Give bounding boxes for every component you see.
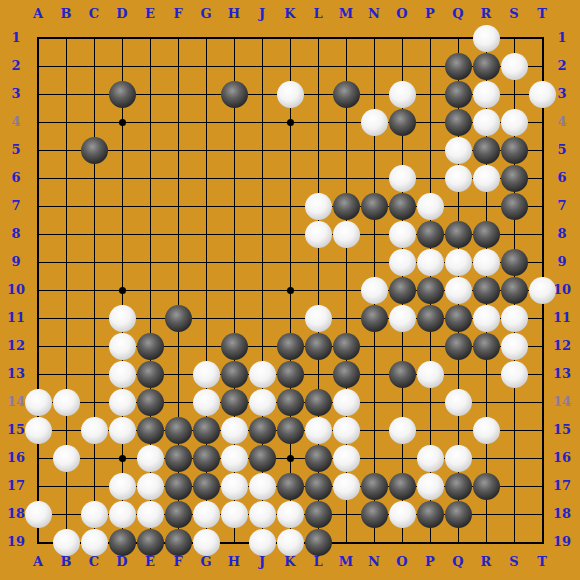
white-stone-m14[interactable] bbox=[333, 389, 360, 416]
black-stone-f17[interactable] bbox=[165, 473, 192, 500]
black-stone-o7[interactable] bbox=[389, 193, 416, 220]
white-stone-o3[interactable] bbox=[389, 81, 416, 108]
black-stone-s5[interactable] bbox=[501, 137, 528, 164]
black-stone-n11[interactable] bbox=[361, 305, 388, 332]
black-stone-p11[interactable] bbox=[417, 305, 444, 332]
white-stone-p9[interactable] bbox=[417, 249, 444, 276]
row-label-right-14: 14 bbox=[547, 394, 577, 410]
column-label-bottom-C: C bbox=[79, 554, 109, 570]
row-label-right-5: 5 bbox=[547, 142, 577, 158]
black-stone-p8[interactable] bbox=[417, 221, 444, 248]
white-stone-n4[interactable] bbox=[361, 109, 388, 136]
row-label-right-1: 1 bbox=[547, 30, 577, 46]
black-stone-g15[interactable] bbox=[193, 417, 220, 444]
white-stone-o8[interactable] bbox=[389, 221, 416, 248]
black-stone-r17[interactable] bbox=[473, 473, 500, 500]
black-stone-f11[interactable] bbox=[165, 305, 192, 332]
row-label-left-2: 2 bbox=[1, 58, 31, 74]
white-stone-o6[interactable] bbox=[389, 165, 416, 192]
white-stone-a15[interactable] bbox=[25, 417, 52, 444]
black-stone-l17[interactable] bbox=[305, 473, 332, 500]
black-stone-m3[interactable] bbox=[333, 81, 360, 108]
column-label-bottom-O: O bbox=[387, 554, 417, 570]
black-stone-l14[interactable] bbox=[305, 389, 332, 416]
white-stone-l11[interactable] bbox=[305, 305, 332, 332]
white-stone-k18[interactable] bbox=[277, 501, 304, 528]
white-stone-q14[interactable] bbox=[445, 389, 472, 416]
white-stone-e18[interactable] bbox=[137, 501, 164, 528]
white-stone-l15[interactable] bbox=[305, 417, 332, 444]
column-label-bottom-P: P bbox=[415, 554, 445, 570]
black-stone-g16[interactable] bbox=[193, 445, 220, 472]
white-stone-r4[interactable] bbox=[473, 109, 500, 136]
white-stone-p16[interactable] bbox=[417, 445, 444, 472]
white-stone-m15[interactable] bbox=[333, 417, 360, 444]
white-stone-k3[interactable] bbox=[277, 81, 304, 108]
white-stone-c19[interactable] bbox=[81, 529, 108, 556]
row-label-left-13: 13 bbox=[1, 366, 31, 382]
white-stone-e17[interactable] bbox=[137, 473, 164, 500]
black-stone-o13[interactable] bbox=[389, 361, 416, 388]
black-stone-q12[interactable] bbox=[445, 333, 472, 360]
black-stone-j16[interactable] bbox=[249, 445, 276, 472]
row-label-right-9: 9 bbox=[547, 254, 577, 270]
white-stone-p7[interactable] bbox=[417, 193, 444, 220]
black-stone-h12[interactable] bbox=[221, 333, 248, 360]
row-label-left-10: 10 bbox=[1, 282, 31, 298]
black-stone-h13[interactable] bbox=[221, 361, 248, 388]
white-stone-s13[interactable] bbox=[501, 361, 528, 388]
row-label-right-4: 4 bbox=[547, 114, 577, 130]
black-stone-e19[interactable] bbox=[137, 529, 164, 556]
black-stone-f15[interactable] bbox=[165, 417, 192, 444]
row-label-right-13: 13 bbox=[547, 366, 577, 382]
column-label-bottom-F: F bbox=[163, 554, 193, 570]
black-stone-q3[interactable] bbox=[445, 81, 472, 108]
column-label-top-H: H bbox=[219, 6, 249, 22]
row-label-right-18: 18 bbox=[547, 506, 577, 522]
row-label-left-9: 9 bbox=[1, 254, 31, 270]
black-stone-f19[interactable] bbox=[165, 529, 192, 556]
black-stone-k14[interactable] bbox=[277, 389, 304, 416]
column-label-bottom-E: E bbox=[135, 554, 165, 570]
black-stone-l16[interactable] bbox=[305, 445, 332, 472]
black-stone-o17[interactable] bbox=[389, 473, 416, 500]
black-stone-s10[interactable] bbox=[501, 277, 528, 304]
white-stone-c15[interactable] bbox=[81, 417, 108, 444]
white-stone-n10[interactable] bbox=[361, 277, 388, 304]
white-stone-h16[interactable] bbox=[221, 445, 248, 472]
white-stone-e16[interactable] bbox=[137, 445, 164, 472]
black-stone-s7[interactable] bbox=[501, 193, 528, 220]
black-stone-m12[interactable] bbox=[333, 333, 360, 360]
white-stone-j14[interactable] bbox=[249, 389, 276, 416]
row-label-right-6: 6 bbox=[547, 170, 577, 186]
column-label-bottom-J: J bbox=[247, 554, 277, 570]
column-label-top-C: C bbox=[79, 6, 109, 22]
column-label-top-F: F bbox=[163, 6, 193, 22]
column-label-top-Q: Q bbox=[443, 6, 473, 22]
white-stone-h15[interactable] bbox=[221, 417, 248, 444]
white-stone-a14[interactable] bbox=[25, 389, 52, 416]
column-label-bottom-H: H bbox=[219, 554, 249, 570]
row-label-left-6: 6 bbox=[1, 170, 31, 186]
white-stone-s2[interactable] bbox=[501, 53, 528, 80]
black-stone-n17[interactable] bbox=[361, 473, 388, 500]
black-stone-o4[interactable] bbox=[389, 109, 416, 136]
white-stone-r15[interactable] bbox=[473, 417, 500, 444]
black-stone-q18[interactable] bbox=[445, 501, 472, 528]
column-label-top-E: E bbox=[135, 6, 165, 22]
row-label-right-15: 15 bbox=[547, 422, 577, 438]
white-stone-g13[interactable] bbox=[193, 361, 220, 388]
black-stone-p18[interactable] bbox=[417, 501, 444, 528]
black-stone-f18[interactable] bbox=[165, 501, 192, 528]
white-stone-d15[interactable] bbox=[109, 417, 136, 444]
black-stone-j15[interactable] bbox=[249, 417, 276, 444]
black-stone-l19[interactable] bbox=[305, 529, 332, 556]
black-stone-r2[interactable] bbox=[473, 53, 500, 80]
row-label-left-5: 5 bbox=[1, 142, 31, 158]
black-stone-k17[interactable] bbox=[277, 473, 304, 500]
black-stone-r5[interactable] bbox=[473, 137, 500, 164]
black-stone-g17[interactable] bbox=[193, 473, 220, 500]
white-stone-j13[interactable] bbox=[249, 361, 276, 388]
column-label-top-D: D bbox=[107, 6, 137, 22]
white-stone-h18[interactable] bbox=[221, 501, 248, 528]
black-stone-r8[interactable] bbox=[473, 221, 500, 248]
row-label-left-16: 16 bbox=[1, 450, 31, 466]
white-stone-d11[interactable] bbox=[109, 305, 136, 332]
white-stone-m8[interactable] bbox=[333, 221, 360, 248]
black-stone-d3[interactable] bbox=[109, 81, 136, 108]
white-stone-r1[interactable] bbox=[473, 25, 500, 52]
white-stone-r11[interactable] bbox=[473, 305, 500, 332]
row-label-right-19: 19 bbox=[547, 534, 577, 550]
black-stone-d19[interactable] bbox=[109, 529, 136, 556]
hoshi-point-k4 bbox=[287, 119, 294, 126]
black-stone-e15[interactable] bbox=[137, 417, 164, 444]
black-stone-n7[interactable] bbox=[361, 193, 388, 220]
column-label-top-M: M bbox=[331, 6, 361, 22]
column-label-bottom-A: A bbox=[23, 554, 53, 570]
white-stone-q16[interactable] bbox=[445, 445, 472, 472]
black-stone-e13[interactable] bbox=[137, 361, 164, 388]
black-stone-q2[interactable] bbox=[445, 53, 472, 80]
white-stone-s11[interactable] bbox=[501, 305, 528, 332]
row-label-left-3: 3 bbox=[1, 86, 31, 102]
black-stone-k15[interactable] bbox=[277, 417, 304, 444]
row-label-right-8: 8 bbox=[547, 226, 577, 242]
row-label-right-17: 17 bbox=[547, 478, 577, 494]
white-stone-r9[interactable] bbox=[473, 249, 500, 276]
black-stone-p10[interactable] bbox=[417, 277, 444, 304]
white-stone-d13[interactable] bbox=[109, 361, 136, 388]
column-label-top-B: B bbox=[51, 6, 81, 22]
black-stone-r10[interactable] bbox=[473, 277, 500, 304]
row-label-right-11: 11 bbox=[547, 310, 577, 326]
white-stone-j17[interactable] bbox=[249, 473, 276, 500]
column-label-bottom-B: B bbox=[51, 554, 81, 570]
white-stone-q5[interactable] bbox=[445, 137, 472, 164]
column-label-bottom-N: N bbox=[359, 554, 389, 570]
white-stone-r3[interactable] bbox=[473, 81, 500, 108]
row-label-left-17: 17 bbox=[1, 478, 31, 494]
black-stone-n18[interactable] bbox=[361, 501, 388, 528]
hoshi-point-d4 bbox=[119, 119, 126, 126]
white-stone-m16[interactable] bbox=[333, 445, 360, 472]
white-stone-s12[interactable] bbox=[501, 333, 528, 360]
column-label-bottom-S: S bbox=[499, 554, 529, 570]
white-stone-g19[interactable] bbox=[193, 529, 220, 556]
black-stone-r12[interactable] bbox=[473, 333, 500, 360]
black-stone-h14[interactable] bbox=[221, 389, 248, 416]
white-stone-o11[interactable] bbox=[389, 305, 416, 332]
row-label-right-12: 12 bbox=[547, 338, 577, 354]
white-stone-g14[interactable] bbox=[193, 389, 220, 416]
row-label-left-19: 19 bbox=[1, 534, 31, 550]
column-label-top-K: K bbox=[275, 6, 305, 22]
white-stone-s4[interactable] bbox=[501, 109, 528, 136]
white-stone-t10[interactable] bbox=[529, 277, 556, 304]
white-stone-l7[interactable] bbox=[305, 193, 332, 220]
white-stone-j18[interactable] bbox=[249, 501, 276, 528]
column-label-top-O: O bbox=[387, 6, 417, 22]
white-stone-l8[interactable] bbox=[305, 221, 332, 248]
column-label-bottom-R: R bbox=[471, 554, 501, 570]
black-stone-f16[interactable] bbox=[165, 445, 192, 472]
white-stone-j19[interactable] bbox=[249, 529, 276, 556]
column-label-bottom-M: M bbox=[331, 554, 361, 570]
column-label-top-S: S bbox=[499, 6, 529, 22]
white-stone-p13[interactable] bbox=[417, 361, 444, 388]
black-stone-k13[interactable] bbox=[277, 361, 304, 388]
black-stone-h3[interactable] bbox=[221, 81, 248, 108]
black-stone-q17[interactable] bbox=[445, 473, 472, 500]
column-label-top-T: T bbox=[527, 6, 557, 22]
white-stone-d14[interactable] bbox=[109, 389, 136, 416]
white-stone-d17[interactable] bbox=[109, 473, 136, 500]
row-label-left-11: 11 bbox=[1, 310, 31, 326]
row-label-left-8: 8 bbox=[1, 226, 31, 242]
white-stone-b14[interactable] bbox=[53, 389, 80, 416]
column-label-bottom-L: L bbox=[303, 554, 333, 570]
row-label-left-4: 4 bbox=[1, 114, 31, 130]
column-label-top-G: G bbox=[191, 6, 221, 22]
white-stone-d18[interactable] bbox=[109, 501, 136, 528]
row-label-right-2: 2 bbox=[547, 58, 577, 74]
white-stone-m17[interactable] bbox=[333, 473, 360, 500]
column-label-bottom-T: T bbox=[527, 554, 557, 570]
hoshi-point-d16 bbox=[119, 455, 126, 462]
column-label-top-J: J bbox=[247, 6, 277, 22]
column-label-top-P: P bbox=[415, 6, 445, 22]
black-stone-l12[interactable] bbox=[305, 333, 332, 360]
column-label-bottom-D: D bbox=[107, 554, 137, 570]
row-label-right-16: 16 bbox=[547, 450, 577, 466]
black-stone-s6[interactable] bbox=[501, 165, 528, 192]
black-stone-q8[interactable] bbox=[445, 221, 472, 248]
column-label-top-N: N bbox=[359, 6, 389, 22]
white-stone-h17[interactable] bbox=[221, 473, 248, 500]
white-stone-g18[interactable] bbox=[193, 501, 220, 528]
column-label-top-A: A bbox=[23, 6, 53, 22]
black-stone-e12[interactable] bbox=[137, 333, 164, 360]
white-stone-a18[interactable] bbox=[25, 501, 52, 528]
column-label-bottom-Q: Q bbox=[443, 554, 473, 570]
white-stone-c18[interactable] bbox=[81, 501, 108, 528]
white-stone-b19[interactable] bbox=[53, 529, 80, 556]
row-label-left-7: 7 bbox=[1, 198, 31, 214]
white-stone-d12[interactable] bbox=[109, 333, 136, 360]
black-stone-m13[interactable] bbox=[333, 361, 360, 388]
black-stone-k12[interactable] bbox=[277, 333, 304, 360]
hoshi-point-k16 bbox=[287, 455, 294, 462]
white-stone-o15[interactable] bbox=[389, 417, 416, 444]
white-stone-o18[interactable] bbox=[389, 501, 416, 528]
column-label-bottom-G: G bbox=[191, 554, 221, 570]
column-label-top-L: L bbox=[303, 6, 333, 22]
column-label-top-R: R bbox=[471, 6, 501, 22]
black-stone-e14[interactable] bbox=[137, 389, 164, 416]
black-stone-s9[interactable] bbox=[501, 249, 528, 276]
hoshi-point-d10 bbox=[119, 287, 126, 294]
row-label-left-1: 1 bbox=[1, 30, 31, 46]
black-stone-q11[interactable] bbox=[445, 305, 472, 332]
black-stone-c5[interactable] bbox=[81, 137, 108, 164]
white-stone-q10[interactable] bbox=[445, 277, 472, 304]
white-stone-t3[interactable] bbox=[529, 81, 556, 108]
white-stone-r6[interactable] bbox=[473, 165, 500, 192]
black-stone-l18[interactable] bbox=[305, 501, 332, 528]
column-label-bottom-K: K bbox=[275, 554, 305, 570]
hoshi-point-k10 bbox=[287, 287, 294, 294]
white-stone-o9[interactable] bbox=[389, 249, 416, 276]
black-stone-m7[interactable] bbox=[333, 193, 360, 220]
row-label-left-12: 12 bbox=[1, 338, 31, 354]
white-stone-q9[interactable] bbox=[445, 249, 472, 276]
white-stone-p17[interactable] bbox=[417, 473, 444, 500]
white-stone-k19[interactable] bbox=[277, 529, 304, 556]
black-stone-o10[interactable] bbox=[389, 277, 416, 304]
go-board: AABBCCDDEEFFGGHHJJKKLLMMNNOOPPQQRRSSTT11… bbox=[0, 0, 580, 580]
white-stone-q6[interactable] bbox=[445, 165, 472, 192]
black-stone-q4[interactable] bbox=[445, 109, 472, 136]
row-label-right-7: 7 bbox=[547, 198, 577, 214]
white-stone-b16[interactable] bbox=[53, 445, 80, 472]
